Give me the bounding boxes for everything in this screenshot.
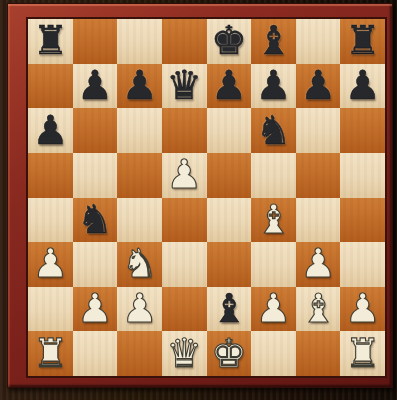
square-d1[interactable]: ♛ <box>162 331 207 376</box>
square-e8[interactable]: ♚ <box>207 19 252 64</box>
piece-white-pawn-f2[interactable]: ♟ <box>251 287 296 332</box>
piece-white-queen-d1[interactable]: ♛ <box>162 331 207 376</box>
square-e1[interactable]: ♚ <box>207 331 252 376</box>
piece-white-bishop-g2[interactable]: ♝ <box>296 287 341 332</box>
square-c2[interactable]: ♟ <box>117 287 162 332</box>
square-b4[interactable]: ♞ <box>73 198 118 243</box>
piece-black-queen-d7[interactable]: ♛ <box>162 64 207 109</box>
piece-black-pawn-g7[interactable]: ♟ <box>296 64 341 109</box>
piece-black-pawn-h7[interactable]: ♟ <box>340 64 385 109</box>
piece-white-pawn-a3[interactable]: ♟ <box>28 242 73 287</box>
square-h6[interactable] <box>340 108 385 153</box>
square-f7[interactable]: ♟ <box>251 64 296 109</box>
square-f2[interactable]: ♟ <box>251 287 296 332</box>
square-h8[interactable]: ♜ <box>340 19 385 64</box>
square-c6[interactable] <box>117 108 162 153</box>
square-a8[interactable]: ♜ <box>28 19 73 64</box>
piece-black-king-e8[interactable]: ♚ <box>207 19 252 64</box>
square-e3[interactable] <box>207 242 252 287</box>
square-h3[interactable] <box>340 242 385 287</box>
piece-white-pawn-d5[interactable]: ♟ <box>162 153 207 198</box>
piece-white-pawn-b2[interactable]: ♟ <box>73 287 118 332</box>
square-h5[interactable] <box>340 153 385 198</box>
piece-black-pawn-b7[interactable]: ♟ <box>73 64 118 109</box>
square-b8[interactable] <box>73 19 118 64</box>
square-d8[interactable] <box>162 19 207 64</box>
piece-white-pawn-h2[interactable]: ♟ <box>340 287 385 332</box>
square-c8[interactable] <box>117 19 162 64</box>
square-a3[interactable]: ♟ <box>28 242 73 287</box>
piece-white-rook-a1[interactable]: ♜ <box>28 331 73 376</box>
square-b6[interactable] <box>73 108 118 153</box>
piece-black-pawn-f7[interactable]: ♟ <box>251 64 296 109</box>
piece-black-pawn-c7[interactable]: ♟ <box>117 64 162 109</box>
chess-program-window: { "game": "chess", "view": { "orientatio… <box>0 0 397 400</box>
square-f4[interactable]: ♝ <box>251 198 296 243</box>
square-e4[interactable] <box>207 198 252 243</box>
square-g7[interactable]: ♟ <box>296 64 341 109</box>
square-g3[interactable]: ♟ <box>296 242 341 287</box>
square-b1[interactable] <box>73 331 118 376</box>
square-f1[interactable] <box>251 331 296 376</box>
square-e2[interactable]: ♝ <box>207 287 252 332</box>
square-b3[interactable] <box>73 242 118 287</box>
piece-black-pawn-e7[interactable]: ♟ <box>207 64 252 109</box>
piece-black-pawn-a6[interactable]: ♟ <box>28 108 73 153</box>
piece-black-bishop-e2[interactable]: ♝ <box>207 287 252 332</box>
piece-white-pawn-c2[interactable]: ♟ <box>117 287 162 332</box>
square-b5[interactable] <box>73 153 118 198</box>
piece-black-rook-h8[interactable]: ♜ <box>340 19 385 64</box>
piece-white-knight-c3[interactable]: ♞ <box>117 242 162 287</box>
square-c7[interactable]: ♟ <box>117 64 162 109</box>
square-c3[interactable]: ♞ <box>117 242 162 287</box>
piece-black-knight-f6[interactable]: ♞ <box>251 108 296 153</box>
piece-white-rook-h1[interactable]: ♜ <box>340 331 385 376</box>
square-e5[interactable] <box>207 153 252 198</box>
piece-black-bishop-f8[interactable]: ♝ <box>251 19 296 64</box>
square-h7[interactable]: ♟ <box>340 64 385 109</box>
square-h4[interactable] <box>340 198 385 243</box>
square-c5[interactable] <box>117 153 162 198</box>
square-c1[interactable] <box>117 331 162 376</box>
square-c4[interactable] <box>117 198 162 243</box>
square-b2[interactable]: ♟ <box>73 287 118 332</box>
chess-board: ♜♚♝♜♟♟♛♟♟♟♟♟♞♟♞♝♟♞♟♟♟♝♟♝♟♜♛♚♜ <box>28 19 385 376</box>
square-a7[interactable] <box>28 64 73 109</box>
square-f5[interactable] <box>251 153 296 198</box>
board-frame: ♜♚♝♜♟♟♛♟♟♟♟♟♞♟♞♝♟♞♟♟♟♝♟♝♟♜♛♚♜ <box>7 3 393 388</box>
piece-white-king-e1[interactable]: ♚ <box>207 331 252 376</box>
square-f3[interactable] <box>251 242 296 287</box>
square-d7[interactable]: ♛ <box>162 64 207 109</box>
square-d5[interactable]: ♟ <box>162 153 207 198</box>
square-d6[interactable] <box>162 108 207 153</box>
square-a1[interactable]: ♜ <box>28 331 73 376</box>
square-d3[interactable] <box>162 242 207 287</box>
square-b7[interactable]: ♟ <box>73 64 118 109</box>
square-e6[interactable] <box>207 108 252 153</box>
square-e7[interactable]: ♟ <box>207 64 252 109</box>
piece-black-knight-b4[interactable]: ♞ <box>73 198 118 243</box>
square-g4[interactable] <box>296 198 341 243</box>
square-a4[interactable] <box>28 198 73 243</box>
square-a5[interactable] <box>28 153 73 198</box>
square-h2[interactable]: ♟ <box>340 287 385 332</box>
piece-white-bishop-f4[interactable]: ♝ <box>251 198 296 243</box>
square-g2[interactable]: ♝ <box>296 287 341 332</box>
square-f8[interactable]: ♝ <box>251 19 296 64</box>
piece-black-rook-a8[interactable]: ♜ <box>28 19 73 64</box>
square-a6[interactable]: ♟ <box>28 108 73 153</box>
square-a2[interactable] <box>28 287 73 332</box>
square-g1[interactable] <box>296 331 341 376</box>
square-d2[interactable] <box>162 287 207 332</box>
square-h1[interactable]: ♜ <box>340 331 385 376</box>
piece-white-pawn-g3[interactable]: ♟ <box>296 242 341 287</box>
square-d4[interactable] <box>162 198 207 243</box>
square-g8[interactable] <box>296 19 341 64</box>
square-f6[interactable]: ♞ <box>251 108 296 153</box>
square-g5[interactable] <box>296 153 341 198</box>
square-g6[interactable] <box>296 108 341 153</box>
